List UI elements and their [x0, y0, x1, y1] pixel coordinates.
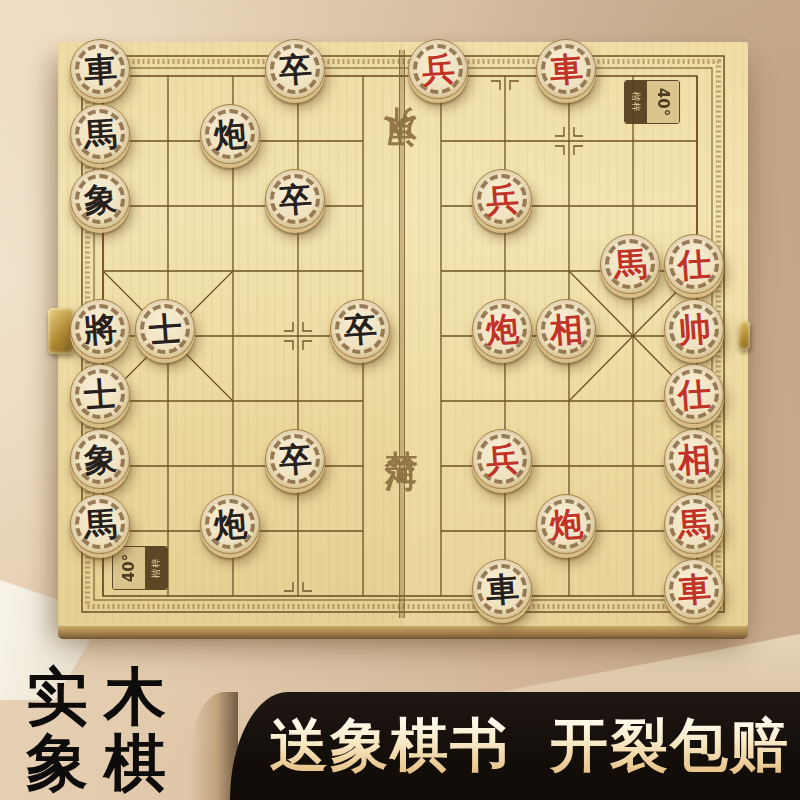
piece-black-卒[interactable]: 卒: [265, 39, 325, 99]
piece-red-帅[interactable]: 帅: [664, 299, 724, 359]
piece-red-炮[interactable]: 炮: [472, 299, 532, 359]
piece-character: 炮: [212, 506, 247, 541]
piece-black-卒[interactable]: 卒: [265, 169, 325, 229]
piece-black-象[interactable]: 象: [70, 169, 130, 229]
piece-red-兵[interactable]: 兵: [408, 39, 468, 99]
piece-character: 兵: [420, 51, 455, 86]
banner-solid-wood-label: 实木 象棋: [26, 664, 182, 796]
piece-black-炮[interactable]: 炮: [200, 104, 260, 164]
piece-character: 兵: [484, 441, 519, 476]
piece-black-將[interactable]: 將: [70, 299, 130, 359]
piece-character: 帅: [676, 311, 711, 346]
piece-character: 士: [82, 376, 117, 411]
piece-character: 炮: [484, 311, 519, 346]
piece-character: 仕: [676, 376, 711, 411]
piece-red-相[interactable]: 相: [536, 299, 596, 359]
piece-character: 炮: [548, 506, 583, 541]
piece-character: 相: [548, 311, 583, 346]
banner-left-line2: 象棋: [26, 730, 182, 796]
piece-character: 士: [147, 311, 182, 346]
piece-character: 炮: [212, 116, 247, 151]
piece-red-車[interactable]: 車: [664, 559, 724, 619]
xiangqi-board: 汉界 楚河 40° 楷梓 40° 楷梓 車馬象將士士象馬炮炮卒卒卒卒車兵車兵馬仕…: [58, 42, 748, 626]
piece-character: 車: [548, 51, 583, 86]
piece-character: 車: [82, 51, 117, 86]
piece-red-相[interactable]: 相: [664, 429, 724, 489]
promo-banner-text: 送象棋书 开裂包赔: [240, 707, 790, 785]
piece-character: 車: [676, 571, 711, 606]
piece-black-車[interactable]: 車: [70, 39, 130, 99]
piece-character: 卒: [342, 311, 377, 346]
piece-character: 兵: [484, 181, 519, 216]
piece-black-馬[interactable]: 馬: [70, 104, 130, 164]
piece-black-卒[interactable]: 卒: [265, 429, 325, 489]
piece-red-馬[interactable]: 馬: [600, 234, 660, 294]
piece-black-士[interactable]: 士: [135, 299, 195, 359]
piece-character: 象: [82, 441, 117, 476]
piece-character: 卒: [277, 181, 312, 216]
piece-character: 卒: [277, 51, 312, 86]
promo-banner: 送象棋书 开裂包赔: [230, 692, 800, 800]
product-photo-scene: 汉界 楚河 40° 楷梓 40° 楷梓 車馬象將士士象馬炮炮卒卒卒卒車兵車兵馬仕…: [0, 0, 800, 800]
piece-red-車[interactable]: 車: [536, 39, 596, 99]
piece-red-兵[interactable]: 兵: [472, 169, 532, 229]
piece-black-象[interactable]: 象: [70, 429, 130, 489]
piece-black-卒[interactable]: 卒: [330, 299, 390, 359]
piece-character: 仕: [676, 246, 711, 281]
piece-character: 馬: [82, 116, 117, 151]
piece-red-炮[interactable]: 炮: [536, 494, 596, 554]
piece-character: 馬: [612, 246, 647, 281]
piece-black-炮[interactable]: 炮: [200, 494, 260, 554]
piece-red-仕[interactable]: 仕: [664, 364, 724, 424]
piece-red-馬[interactable]: 馬: [664, 494, 724, 554]
banner-left-line1: 实木: [26, 664, 182, 730]
piece-character: 卒: [277, 441, 312, 476]
board-bottom-edge: [58, 626, 748, 639]
pieces-layer: 車馬象將士士象馬炮炮卒卒卒卒車兵車兵馬仕炮相帅仕兵相炮馬車: [58, 42, 748, 626]
piece-character: 將: [82, 311, 117, 346]
piece-black-車[interactable]: 車: [472, 559, 532, 619]
piece-red-兵[interactable]: 兵: [472, 429, 532, 489]
piece-character: 相: [676, 441, 711, 476]
piece-character: 象: [82, 181, 117, 216]
piece-black-士[interactable]: 士: [70, 364, 130, 424]
piece-character: 馬: [676, 506, 711, 541]
piece-red-仕[interactable]: 仕: [664, 234, 724, 294]
piece-black-馬[interactable]: 馬: [70, 494, 130, 554]
piece-character: 馬: [82, 506, 117, 541]
piece-character: 車: [484, 571, 519, 606]
